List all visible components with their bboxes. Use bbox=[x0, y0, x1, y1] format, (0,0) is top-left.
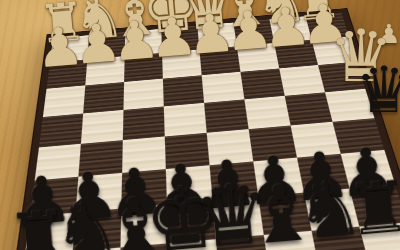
square-e3 bbox=[163, 75, 204, 106]
chess-board bbox=[10, 9, 400, 250]
square-f6 bbox=[121, 169, 167, 208]
square-f2 bbox=[124, 53, 163, 82]
square-e2 bbox=[162, 50, 202, 79]
square-g7 bbox=[73, 209, 122, 250]
square-c2 bbox=[237, 43, 279, 72]
square-c7 bbox=[258, 193, 311, 235]
square-c6 bbox=[253, 158, 304, 197]
square-a4 bbox=[325, 89, 374, 122]
square-b1 bbox=[269, 16, 311, 43]
camera-roll-layer: ♜♞♝♚♛♝♞♜♟♟♟♟♟♟♟♟♟♟♟♟♟♟♟♟♜♞♝♚♛♝♞♜ bbox=[0, 0, 400, 250]
square-g2 bbox=[85, 56, 124, 85]
square-a5 bbox=[333, 118, 385, 154]
square-e4 bbox=[164, 103, 207, 137]
square-a3 bbox=[318, 62, 365, 93]
square-d2 bbox=[199, 46, 240, 75]
square-f3 bbox=[123, 79, 163, 110]
square-f4 bbox=[123, 106, 165, 140]
square-c4 bbox=[244, 96, 290, 129]
square-c5 bbox=[249, 125, 297, 161]
square-g6 bbox=[76, 173, 122, 213]
square-h4 bbox=[39, 113, 83, 147]
square-g4 bbox=[81, 110, 124, 144]
square-e5 bbox=[165, 133, 210, 169]
square-a2 bbox=[312, 36, 357, 65]
square-c1 bbox=[233, 19, 274, 46]
square-a6 bbox=[341, 150, 396, 189]
square-b3 bbox=[279, 65, 325, 96]
chess-photo-scene: ♜♞♝♚♛♝♞♜♟♟♟♟♟♟♟♟♟♟♟♟♟♟♟♟♜♞♝♚♛♝♞♜ ♛♛♟ bbox=[0, 0, 400, 250]
square-a1 bbox=[306, 13, 349, 40]
square-d7 bbox=[213, 197, 264, 240]
square-f5 bbox=[122, 136, 166, 172]
square-g1 bbox=[87, 32, 125, 59]
square-a8 bbox=[359, 222, 400, 250]
square-d6 bbox=[210, 161, 259, 200]
square-d3 bbox=[202, 72, 245, 103]
square-d5 bbox=[207, 129, 254, 165]
square-b2 bbox=[274, 40, 318, 69]
square-a7 bbox=[350, 185, 400, 227]
square-h7 bbox=[25, 213, 76, 250]
square-e6 bbox=[166, 165, 213, 204]
square-e7 bbox=[167, 201, 216, 244]
square-h1 bbox=[50, 35, 89, 62]
square-h6 bbox=[30, 177, 78, 217]
square-h5 bbox=[35, 144, 81, 181]
square-f1 bbox=[125, 29, 162, 56]
square-e1 bbox=[161, 26, 199, 53]
square-h3 bbox=[43, 85, 85, 117]
square-h2 bbox=[47, 59, 88, 88]
square-d1 bbox=[197, 23, 236, 50]
square-g3 bbox=[83, 82, 124, 113]
square-f7 bbox=[120, 205, 168, 248]
square-c3 bbox=[240, 68, 284, 99]
square-g5 bbox=[78, 140, 122, 177]
square-d4 bbox=[204, 99, 249, 132]
